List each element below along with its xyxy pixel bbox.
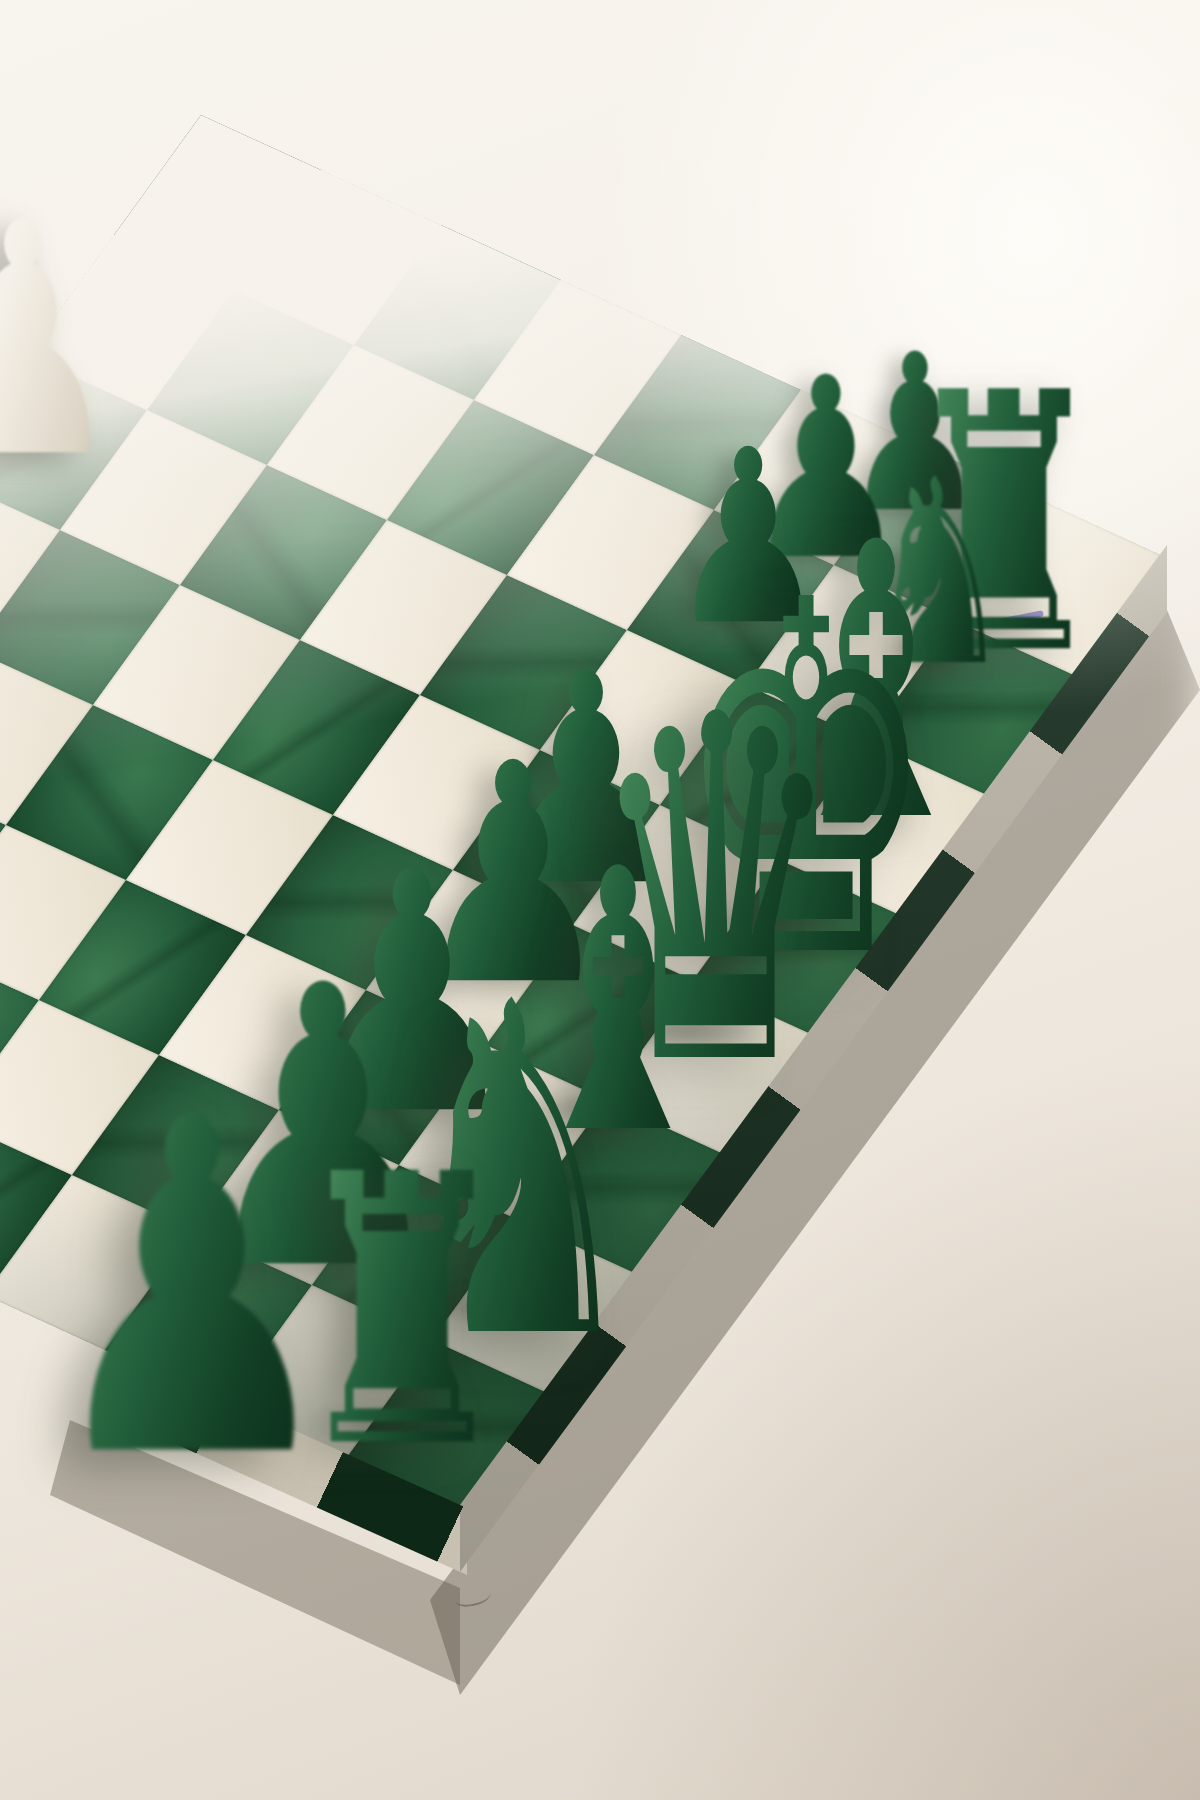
pawn-icon: ♟ bbox=[0, 181, 122, 501]
stray-fiber bbox=[454, 1586, 492, 1609]
green-pawn-a2: ♟ bbox=[192, 1060, 604, 1520]
white-pawn-off-board: ♟ bbox=[22, 181, 309, 501]
pawn-icon: ♟ bbox=[39, 1060, 344, 1520]
chess-photo-scene: ♟♟♟♟♜♞♝♟♚♟♛♟♝♟♞♜♟ bbox=[0, 0, 1200, 1800]
